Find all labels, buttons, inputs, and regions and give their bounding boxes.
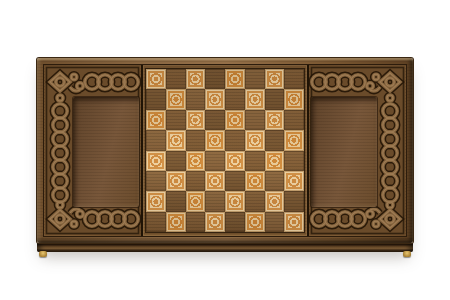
square-c2[interactable] xyxy=(186,191,206,211)
square-g5[interactable] xyxy=(265,130,285,150)
square-e1[interactable] xyxy=(225,212,245,232)
square-d4[interactable] xyxy=(205,151,225,171)
square-e5[interactable] xyxy=(225,130,245,150)
square-a8[interactable] xyxy=(146,69,166,89)
square-h3[interactable] xyxy=(284,171,304,191)
square-c8[interactable] xyxy=(186,69,206,89)
square-c6[interactable] xyxy=(186,110,206,130)
brass-foot-right xyxy=(403,251,411,257)
square-b4[interactable] xyxy=(166,151,186,171)
square-f5[interactable] xyxy=(245,130,265,150)
square-d6[interactable] xyxy=(205,110,225,130)
left-carved-panel xyxy=(44,65,141,236)
case-lid xyxy=(37,58,413,243)
left-recessed-panel xyxy=(73,97,139,207)
square-f6[interactable] xyxy=(245,110,265,130)
backgammon-chess-case xyxy=(37,58,413,252)
square-e7[interactable] xyxy=(225,89,245,109)
square-c1[interactable] xyxy=(186,212,206,232)
square-e2[interactable] xyxy=(225,191,245,211)
square-b5[interactable] xyxy=(166,130,186,150)
product-photo xyxy=(0,0,450,300)
square-h7[interactable] xyxy=(284,89,304,109)
square-d8[interactable] xyxy=(205,69,225,89)
square-h4[interactable] xyxy=(284,151,304,171)
case-front-edge xyxy=(37,243,413,252)
square-b3[interactable] xyxy=(166,171,186,191)
chess-board xyxy=(146,69,304,232)
square-b8[interactable] xyxy=(166,69,186,89)
square-h8[interactable] xyxy=(284,69,304,89)
square-a3[interactable] xyxy=(146,171,166,191)
square-d1[interactable] xyxy=(205,212,225,232)
square-g7[interactable] xyxy=(265,89,285,109)
square-g3[interactable] xyxy=(265,171,285,191)
square-g2[interactable] xyxy=(265,191,285,211)
square-e8[interactable] xyxy=(225,69,245,89)
square-a2[interactable] xyxy=(146,191,166,211)
right-recessed-panel xyxy=(311,97,377,207)
square-d3[interactable] xyxy=(205,171,225,191)
square-e6[interactable] xyxy=(225,110,245,130)
square-b1[interactable] xyxy=(166,212,186,232)
square-b2[interactable] xyxy=(166,191,186,211)
square-h6[interactable] xyxy=(284,110,304,130)
square-b7[interactable] xyxy=(166,89,186,109)
square-f8[interactable] xyxy=(245,69,265,89)
square-g1[interactable] xyxy=(265,212,285,232)
chessboard-panel xyxy=(141,65,309,236)
square-h1[interactable] xyxy=(284,212,304,232)
square-a5[interactable] xyxy=(146,130,166,150)
square-a4[interactable] xyxy=(146,151,166,171)
square-f4[interactable] xyxy=(245,151,265,171)
square-g8[interactable] xyxy=(265,69,285,89)
square-c5[interactable] xyxy=(186,130,206,150)
square-f7[interactable] xyxy=(245,89,265,109)
brass-foot-left xyxy=(39,251,47,257)
square-c3[interactable] xyxy=(186,171,206,191)
square-e4[interactable] xyxy=(225,151,245,171)
square-a1[interactable] xyxy=(146,212,166,232)
lid-inner-area xyxy=(44,65,406,236)
square-d7[interactable] xyxy=(205,89,225,109)
square-b6[interactable] xyxy=(166,110,186,130)
right-carved-panel xyxy=(309,65,406,236)
square-h5[interactable] xyxy=(284,130,304,150)
square-f2[interactable] xyxy=(245,191,265,211)
square-f3[interactable] xyxy=(245,171,265,191)
square-g6[interactable] xyxy=(265,110,285,130)
square-a6[interactable] xyxy=(146,110,166,130)
square-c4[interactable] xyxy=(186,151,206,171)
square-a7[interactable] xyxy=(146,89,166,109)
square-d2[interactable] xyxy=(205,191,225,211)
square-f1[interactable] xyxy=(245,212,265,232)
square-e3[interactable] xyxy=(225,171,245,191)
square-c7[interactable] xyxy=(186,89,206,109)
square-h2[interactable] xyxy=(284,191,304,211)
square-d5[interactable] xyxy=(205,130,225,150)
square-g4[interactable] xyxy=(265,151,285,171)
